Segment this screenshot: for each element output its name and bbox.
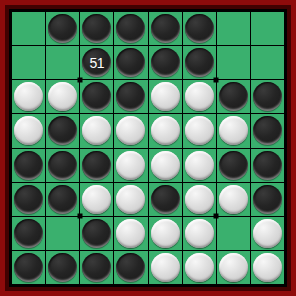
cell-d5[interactable] xyxy=(114,149,147,182)
disc-black xyxy=(151,48,180,77)
cell-h1[interactable] xyxy=(251,12,284,45)
cell-a6[interactable] xyxy=(12,183,45,216)
disc-white xyxy=(219,116,248,145)
cell-f4[interactable] xyxy=(183,114,216,147)
cell-h2[interactable] xyxy=(251,46,284,79)
cell-h7[interactable] xyxy=(251,217,284,250)
cell-a3[interactable] xyxy=(12,80,45,113)
cell-c4[interactable] xyxy=(80,114,113,147)
cell-b3[interactable] xyxy=(46,80,79,113)
cell-a2[interactable] xyxy=(12,46,45,79)
disc-white xyxy=(14,116,43,145)
disc-white xyxy=(185,116,214,145)
disc-black xyxy=(48,151,77,180)
disc-black: 51 xyxy=(82,48,111,77)
cell-b4[interactable] xyxy=(46,114,79,147)
disc-black xyxy=(253,151,282,180)
cell-d2[interactable] xyxy=(114,46,147,79)
disc-white xyxy=(151,151,180,180)
disc-white xyxy=(185,253,214,282)
disc-black xyxy=(219,82,248,111)
cell-h5[interactable] xyxy=(251,149,284,182)
disc-white xyxy=(151,116,180,145)
disc-white xyxy=(151,219,180,248)
cell-h4[interactable] xyxy=(251,114,284,147)
cell-e7[interactable] xyxy=(149,217,182,250)
disc-black xyxy=(14,151,43,180)
othello-board: 51 xyxy=(9,9,287,287)
cell-e5[interactable] xyxy=(149,149,182,182)
cell-d8[interactable] xyxy=(114,251,147,284)
cell-a8[interactable] xyxy=(12,251,45,284)
disc-black xyxy=(116,82,145,111)
disc-black xyxy=(82,219,111,248)
disc-white xyxy=(82,185,111,214)
cell-d6[interactable] xyxy=(114,183,147,216)
cell-d7[interactable] xyxy=(114,217,147,250)
disc-black xyxy=(253,82,282,111)
cell-b6[interactable] xyxy=(46,183,79,216)
cell-f6[interactable] xyxy=(183,183,216,216)
disc-black xyxy=(219,151,248,180)
cell-e3[interactable] xyxy=(149,80,182,113)
cell-c5[interactable] xyxy=(80,149,113,182)
disc-black xyxy=(185,48,214,77)
cell-g1[interactable] xyxy=(217,12,250,45)
disc-black xyxy=(253,185,282,214)
cell-e8[interactable] xyxy=(149,251,182,284)
cell-e1[interactable] xyxy=(149,12,182,45)
disc-white xyxy=(14,82,43,111)
star-point xyxy=(78,214,83,219)
disc-white xyxy=(219,253,248,282)
disc-black xyxy=(151,14,180,43)
cell-b8[interactable] xyxy=(46,251,79,284)
disc-black xyxy=(48,253,77,282)
disc-white xyxy=(185,219,214,248)
disc-black xyxy=(82,253,111,282)
disc-black xyxy=(82,82,111,111)
cell-f3[interactable] xyxy=(183,80,216,113)
disc-black xyxy=(14,219,43,248)
disc-black xyxy=(151,185,180,214)
cell-h8[interactable] xyxy=(251,251,284,284)
cell-c6[interactable] xyxy=(80,183,113,216)
cell-g6[interactable] xyxy=(217,183,250,216)
cell-e6[interactable] xyxy=(149,183,182,216)
disc-white xyxy=(116,151,145,180)
cell-b7[interactable] xyxy=(46,217,79,250)
cell-g5[interactable] xyxy=(217,149,250,182)
disc-white xyxy=(82,116,111,145)
cell-g2[interactable] xyxy=(217,46,250,79)
disc-black xyxy=(82,151,111,180)
cell-c1[interactable] xyxy=(80,12,113,45)
disc-black xyxy=(14,185,43,214)
star-point xyxy=(214,214,219,219)
board-frame: 51 xyxy=(0,0,296,296)
disc-black xyxy=(82,14,111,43)
disc-white xyxy=(116,219,145,248)
disc-black xyxy=(14,253,43,282)
disc-white xyxy=(185,151,214,180)
cell-g7[interactable] xyxy=(217,217,250,250)
disc-white xyxy=(116,185,145,214)
cell-h6[interactable] xyxy=(251,183,284,216)
disc-black xyxy=(48,14,77,43)
cell-f8[interactable] xyxy=(183,251,216,284)
disc-white xyxy=(116,116,145,145)
star-point xyxy=(214,78,219,83)
disc-white xyxy=(151,253,180,282)
star-point xyxy=(78,78,83,83)
disc-white xyxy=(253,219,282,248)
cell-f2[interactable] xyxy=(183,46,216,79)
disc-white xyxy=(253,253,282,282)
disc-black xyxy=(185,14,214,43)
cell-c8[interactable] xyxy=(80,251,113,284)
disc-black xyxy=(116,253,145,282)
cell-d3[interactable] xyxy=(114,80,147,113)
disc-black xyxy=(116,14,145,43)
cell-a7[interactable] xyxy=(12,217,45,250)
cell-d4[interactable] xyxy=(114,114,147,147)
cell-g3[interactable] xyxy=(217,80,250,113)
cell-a5[interactable] xyxy=(12,149,45,182)
cell-d1[interactable] xyxy=(114,12,147,45)
cell-f1[interactable] xyxy=(183,12,216,45)
disc-white xyxy=(185,185,214,214)
move-number-label: 51 xyxy=(90,56,105,70)
cell-f5[interactable] xyxy=(183,149,216,182)
cell-e2[interactable] xyxy=(149,46,182,79)
cell-g4[interactable] xyxy=(217,114,250,147)
cell-h3[interactable] xyxy=(251,80,284,113)
disc-black xyxy=(116,48,145,77)
cell-c7[interactable] xyxy=(80,217,113,250)
cell-b5[interactable] xyxy=(46,149,79,182)
cell-c2[interactable]: 51 xyxy=(80,46,113,79)
disc-white xyxy=(48,82,77,111)
board-grid: 51 xyxy=(12,12,284,284)
cell-f7[interactable] xyxy=(183,217,216,250)
cell-a1[interactable] xyxy=(12,12,45,45)
disc-black xyxy=(253,116,282,145)
disc-black xyxy=(48,116,77,145)
disc-black xyxy=(48,185,77,214)
cell-b2[interactable] xyxy=(46,46,79,79)
cell-a4[interactable] xyxy=(12,114,45,147)
disc-white xyxy=(185,82,214,111)
disc-white xyxy=(151,82,180,111)
disc-white xyxy=(219,185,248,214)
cell-e4[interactable] xyxy=(149,114,182,147)
cell-c3[interactable] xyxy=(80,80,113,113)
cell-b1[interactable] xyxy=(46,12,79,45)
cell-g8[interactable] xyxy=(217,251,250,284)
